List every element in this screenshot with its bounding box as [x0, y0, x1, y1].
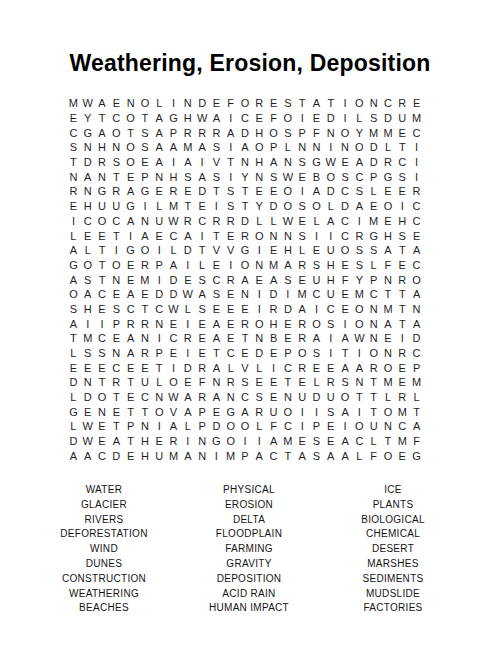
grid-cell-r18c1[interactable]: L [66, 346, 80, 361]
grid-cell-r16c13[interactable]: R [238, 316, 252, 331]
grid-cell-r12c4[interactable]: O [109, 258, 123, 273]
grid-cell-r8c12[interactable]: S [224, 199, 238, 214]
grid-cell-r15c10[interactable]: S [195, 302, 209, 317]
grid-cell-r8c3[interactable]: U [95, 199, 109, 214]
grid-cell-r18c22[interactable]: O [367, 346, 381, 361]
grid-cell-r14c25[interactable]: A [409, 287, 423, 302]
grid-cell-r22c25[interactable]: T [409, 404, 423, 419]
grid-cell-r7c6[interactable]: G [138, 184, 152, 199]
grid-cell-r8c24[interactable]: I [395, 199, 409, 214]
grid-cell-r18c4[interactable]: N [109, 346, 123, 361]
grid-cell-r12c12[interactable]: I [224, 258, 238, 273]
grid-cell-r11c3[interactable]: T [95, 243, 109, 258]
grid-cell-r9c20[interactable]: C [338, 214, 352, 229]
grid-cell-r19c12[interactable]: L [224, 360, 238, 375]
grid-cell-r12c6[interactable]: R [138, 258, 152, 273]
grid-cell-r22c18[interactable]: I [309, 404, 323, 419]
grid-cell-r15c18[interactable]: I [309, 302, 323, 317]
grid-cell-r5c4[interactable]: S [109, 155, 123, 170]
grid-cell-r18c6[interactable]: R [138, 346, 152, 361]
grid-cell-r19c7[interactable]: T [152, 360, 166, 375]
grid-cell-r19c11[interactable]: A [209, 360, 223, 375]
grid-cell-r10c5[interactable]: I [123, 228, 137, 243]
grid-cell-r8c8[interactable]: M [166, 199, 180, 214]
grid-cell-r7c19[interactable]: D [324, 184, 338, 199]
grid-cell-r3c23[interactable]: M [381, 125, 395, 140]
grid-cell-r7c18[interactable]: A [309, 184, 323, 199]
grid-cell-r2c9[interactable]: H [181, 111, 195, 126]
grid-cell-r20c13[interactable]: S [238, 375, 252, 390]
grid-cell-r23c1[interactable]: L [66, 419, 80, 434]
grid-cell-r8c16[interactable]: O [281, 199, 295, 214]
grid-cell-r1c4[interactable]: E [109, 96, 123, 111]
grid-cell-r20c10[interactable]: F [195, 375, 209, 390]
grid-cell-r14c1[interactable]: O [66, 287, 80, 302]
grid-cell-r17c21[interactable]: W [352, 331, 366, 346]
grid-cell-r13c12[interactable]: R [224, 272, 238, 287]
grid-cell-r15c5[interactable]: C [123, 302, 137, 317]
grid-cell-r19c8[interactable]: I [166, 360, 180, 375]
grid-cell-r6c7[interactable]: N [152, 169, 166, 184]
grid-cell-r4c6[interactable]: S [138, 140, 152, 155]
grid-cell-r19c4[interactable]: C [109, 360, 123, 375]
grid-cell-r12c3[interactable]: T [95, 258, 109, 273]
grid-cell-r18c20[interactable]: T [338, 346, 352, 361]
grid-cell-r16c21[interactable]: O [352, 316, 366, 331]
grid-cell-r1c19[interactable]: T [324, 96, 338, 111]
grid-cell-r19c15[interactable]: I [266, 360, 280, 375]
grid-cell-r7c10[interactable]: D [195, 184, 209, 199]
grid-cell-r5c17[interactable]: S [295, 155, 309, 170]
grid-cell-r10c20[interactable]: C [338, 228, 352, 243]
grid-cell-r3c7[interactable]: A [152, 125, 166, 140]
grid-cell-r18c5[interactable]: A [123, 346, 137, 361]
grid-cell-r19c3[interactable]: E [95, 360, 109, 375]
grid-cell-r23c17[interactable]: I [295, 419, 309, 434]
grid-cell-r5c13[interactable]: N [238, 155, 252, 170]
grid-cell-r23c25[interactable]: A [409, 419, 423, 434]
grid-cell-r21c9[interactable]: A [181, 390, 195, 405]
grid-cell-r21c1[interactable]: L [66, 390, 80, 405]
grid-cell-r9c2[interactable]: C [81, 214, 95, 229]
grid-cell-r18c12[interactable]: C [224, 346, 238, 361]
grid-cell-r20c11[interactable]: N [209, 375, 223, 390]
grid-cell-r25c10[interactable]: N [195, 449, 209, 464]
grid-cell-r7c22[interactable]: L [367, 184, 381, 199]
grid-cell-r1c3[interactable]: A [95, 96, 109, 111]
grid-cell-r1c23[interactable]: C [381, 96, 395, 111]
grid-cell-r6c8[interactable]: H [166, 169, 180, 184]
grid-cell-r10c8[interactable]: C [166, 228, 180, 243]
grid-cell-r22c24[interactable]: M [395, 404, 409, 419]
grid-cell-r25c9[interactable]: A [181, 449, 195, 464]
grid-cell-r5c7[interactable]: A [152, 155, 166, 170]
grid-cell-r14c11[interactable]: S [209, 287, 223, 302]
grid-cell-r21c10[interactable]: R [195, 390, 209, 405]
grid-cell-r3c1[interactable]: C [66, 125, 80, 140]
grid-cell-r3c21[interactable]: Y [352, 125, 366, 140]
grid-cell-r3c11[interactable]: R [209, 125, 223, 140]
grid-cell-r7c21[interactable]: S [352, 184, 366, 199]
grid-cell-r8c10[interactable]: E [195, 199, 209, 214]
grid-cell-r17c15[interactable]: B [266, 331, 280, 346]
grid-cell-r25c20[interactable]: A [338, 449, 352, 464]
grid-cell-r17c5[interactable]: A [123, 331, 137, 346]
grid-cell-r25c16[interactable]: T [281, 449, 295, 464]
grid-cell-r22c20[interactable]: A [338, 404, 352, 419]
grid-cell-r20c21[interactable]: N [352, 375, 366, 390]
grid-cell-r13c1[interactable]: A [66, 272, 80, 287]
grid-cell-r11c23[interactable]: A [381, 243, 395, 258]
grid-cell-r21c20[interactable]: O [338, 390, 352, 405]
grid-cell-r8c19[interactable]: L [324, 199, 338, 214]
grid-cell-r6c23[interactable]: G [381, 169, 395, 184]
grid-cell-r15c22[interactable]: N [367, 302, 381, 317]
grid-cell-r12c5[interactable]: E [123, 258, 137, 273]
grid-cell-r21c11[interactable]: A [209, 390, 223, 405]
grid-cell-r2c5[interactable]: O [123, 111, 137, 126]
grid-cell-r15c12[interactable]: E [224, 302, 238, 317]
grid-cell-r3c10[interactable]: R [195, 125, 209, 140]
grid-cell-r4c12[interactable]: I [224, 140, 238, 155]
grid-cell-r1c2[interactable]: W [81, 96, 95, 111]
grid-cell-r17c11[interactable]: A [209, 331, 223, 346]
grid-cell-r12c23[interactable]: F [381, 258, 395, 273]
grid-cell-r6c24[interactable]: S [395, 169, 409, 184]
grid-cell-r13c3[interactable]: T [95, 272, 109, 287]
grid-cell-r19c20[interactable]: A [338, 360, 352, 375]
grid-cell-r9c11[interactable]: R [209, 214, 223, 229]
grid-cell-r3c8[interactable]: P [166, 125, 180, 140]
grid-cell-r14c17[interactable]: M [295, 287, 309, 302]
grid-cell-r25c7[interactable]: U [152, 449, 166, 464]
grid-cell-r7c1[interactable]: R [66, 184, 80, 199]
grid-cell-r23c12[interactable]: O [224, 419, 238, 434]
grid-cell-r4c3[interactable]: H [95, 140, 109, 155]
grid-cell-r18c8[interactable]: E [166, 346, 180, 361]
grid-cell-r4c19[interactable]: I [324, 140, 338, 155]
grid-cell-r8c2[interactable]: H [81, 199, 95, 214]
grid-cell-r19c16[interactable]: C [281, 360, 295, 375]
grid-cell-r3c20[interactable]: O [338, 125, 352, 140]
grid-cell-r21c12[interactable]: N [224, 390, 238, 405]
grid-cell-r9c16[interactable]: W [281, 214, 295, 229]
grid-cell-r25c17[interactable]: A [295, 449, 309, 464]
grid-cell-r2c15[interactable]: F [266, 111, 280, 126]
grid-cell-r21c17[interactable]: U [295, 390, 309, 405]
grid-cell-r10c16[interactable]: N [281, 228, 295, 243]
grid-cell-r12c21[interactable]: S [352, 258, 366, 273]
grid-cell-r4c18[interactable]: N [309, 140, 323, 155]
grid-cell-r2c12[interactable]: I [224, 111, 238, 126]
grid-cell-r22c7[interactable]: O [152, 404, 166, 419]
grid-cell-r14c18[interactable]: C [309, 287, 323, 302]
grid-cell-r9c17[interactable]: E [295, 214, 309, 229]
grid-cell-r12c19[interactable]: H [324, 258, 338, 273]
grid-cell-r2c19[interactable]: D [324, 111, 338, 126]
grid-cell-r2c13[interactable]: C [238, 111, 252, 126]
grid-cell-r22c11[interactable]: E [209, 404, 223, 419]
grid-cell-r23c5[interactable]: P [123, 419, 137, 434]
grid-cell-r6c22[interactable]: P [367, 169, 381, 184]
grid-cell-r18c3[interactable]: S [95, 346, 109, 361]
grid-cell-r23c9[interactable]: L [181, 419, 195, 434]
grid-cell-r6c10[interactable]: A [195, 169, 209, 184]
grid-cell-r5c11[interactable]: V [209, 155, 223, 170]
grid-cell-r18c10[interactable]: E [195, 346, 209, 361]
grid-cell-r4c21[interactable]: O [352, 140, 366, 155]
grid-cell-r14c2[interactable]: A [81, 287, 95, 302]
grid-cell-r2c21[interactable]: L [352, 111, 366, 126]
grid-cell-r5c12[interactable]: T [224, 155, 238, 170]
grid-cell-r10c11[interactable]: T [209, 228, 223, 243]
grid-cell-r2c6[interactable]: T [138, 111, 152, 126]
grid-cell-r3c5[interactable]: T [123, 125, 137, 140]
grid-cell-r5c18[interactable]: G [309, 155, 323, 170]
grid-cell-r8c1[interactable]: E [66, 199, 80, 214]
grid-cell-r25c24[interactable]: E [395, 449, 409, 464]
grid-cell-r16c4[interactable]: P [109, 316, 123, 331]
grid-cell-r4c16[interactable]: L [281, 140, 295, 155]
grid-cell-r18c18[interactable]: S [309, 346, 323, 361]
grid-cell-r13c25[interactable]: O [409, 272, 423, 287]
grid-cell-r20c14[interactable]: E [252, 375, 266, 390]
grid-cell-r5c14[interactable]: H [252, 155, 266, 170]
grid-cell-r16c19[interactable]: S [324, 316, 338, 331]
grid-cell-r15c17[interactable]: A [295, 302, 309, 317]
grid-cell-r18c24[interactable]: R [395, 346, 409, 361]
grid-cell-r12c7[interactable]: P [152, 258, 166, 273]
grid-cell-r13c13[interactable]: A [238, 272, 252, 287]
grid-cell-r2c11[interactable]: A [209, 111, 223, 126]
grid-cell-r11c7[interactable]: I [152, 243, 166, 258]
grid-cell-r22c8[interactable]: V [166, 404, 180, 419]
grid-cell-r25c12[interactable]: M [224, 449, 238, 464]
grid-cell-r2c4[interactable]: C [109, 111, 123, 126]
grid-cell-r25c23[interactable]: O [381, 449, 395, 464]
grid-cell-r25c22[interactable]: F [367, 449, 381, 464]
grid-cell-r18c13[interactable]: E [238, 346, 252, 361]
grid-cell-r8c21[interactable]: A [352, 199, 366, 214]
grid-cell-r18c15[interactable]: E [266, 346, 280, 361]
grid-cell-r23c19[interactable]: E [324, 419, 338, 434]
grid-cell-r1c13[interactable]: O [238, 96, 252, 111]
grid-cell-r8c18[interactable]: O [309, 199, 323, 214]
grid-cell-r17c19[interactable]: I [324, 331, 338, 346]
grid-cell-r5c5[interactable]: O [123, 155, 137, 170]
grid-cell-r16c6[interactable]: R [138, 316, 152, 331]
grid-cell-r22c2[interactable]: E [81, 404, 95, 419]
grid-cell-r13c4[interactable]: N [109, 272, 123, 287]
grid-cell-r21c4[interactable]: T [109, 390, 123, 405]
grid-cell-r13c23[interactable]: N [381, 272, 395, 287]
grid-cell-r24c3[interactable]: E [95, 434, 109, 449]
grid-cell-r7c7[interactable]: E [152, 184, 166, 199]
grid-cell-r20c15[interactable]: E [266, 375, 280, 390]
grid-cell-r20c22[interactable]: T [367, 375, 381, 390]
grid-cell-r6c9[interactable]: S [181, 169, 195, 184]
grid-cell-r24c2[interactable]: W [81, 434, 95, 449]
grid-cell-r3c13[interactable]: D [238, 125, 252, 140]
grid-cell-r11c22[interactable]: S [367, 243, 381, 258]
grid-cell-r5c2[interactable]: D [81, 155, 95, 170]
grid-cell-r6c14[interactable]: N [252, 169, 266, 184]
grid-cell-r21c2[interactable]: D [81, 390, 95, 405]
grid-cell-r3c14[interactable]: H [252, 125, 266, 140]
grid-cell-r10c18[interactable]: I [309, 228, 323, 243]
grid-cell-r17c12[interactable]: E [224, 331, 238, 346]
grid-cell-r11c20[interactable]: O [338, 243, 352, 258]
grid-cell-r9c13[interactable]: D [238, 214, 252, 229]
grid-cell-r20c18[interactable]: L [309, 375, 323, 390]
grid-cell-r5c25[interactable]: I [409, 155, 423, 170]
grid-cell-r5c19[interactable]: W [324, 155, 338, 170]
grid-cell-r9c8[interactable]: W [166, 214, 180, 229]
grid-cell-r8c13[interactable]: T [238, 199, 252, 214]
grid-cell-r1c22[interactable]: N [367, 96, 381, 111]
grid-cell-r14c3[interactable]: C [95, 287, 109, 302]
grid-cell-r15c8[interactable]: W [166, 302, 180, 317]
grid-cell-r5c23[interactable]: R [381, 155, 395, 170]
grid-cell-r9c21[interactable]: I [352, 214, 366, 229]
grid-cell-r6c18[interactable]: B [309, 169, 323, 184]
grid-cell-r7c5[interactable]: A [123, 184, 137, 199]
grid-cell-r21c16[interactable]: N [281, 390, 295, 405]
grid-cell-r20c8[interactable]: O [166, 375, 180, 390]
grid-cell-r25c8[interactable]: M [166, 449, 180, 464]
grid-cell-r11c16[interactable]: H [281, 243, 295, 258]
grid-cell-r23c2[interactable]: W [81, 419, 95, 434]
grid-cell-r19c14[interactable]: L [252, 360, 266, 375]
grid-cell-r8c7[interactable]: L [152, 199, 166, 214]
grid-cell-r11c15[interactable]: E [266, 243, 280, 258]
grid-cell-r8c6[interactable]: I [138, 199, 152, 214]
grid-cell-r21c21[interactable]: T [352, 390, 366, 405]
grid-cell-r7c14[interactable]: E [252, 184, 266, 199]
grid-cell-r8c15[interactable]: D [266, 199, 280, 214]
grid-cell-r23c8[interactable]: A [166, 419, 180, 434]
grid-cell-r7c24[interactable]: E [395, 184, 409, 199]
grid-cell-r20c24[interactable]: E [395, 375, 409, 390]
grid-cell-r5c21[interactable]: A [352, 155, 366, 170]
grid-cell-r9c25[interactable]: C [409, 214, 423, 229]
grid-cell-r15c4[interactable]: S [109, 302, 123, 317]
grid-cell-r12c2[interactable]: O [81, 258, 95, 273]
grid-cell-r19c17[interactable]: R [295, 360, 309, 375]
grid-cell-r6c12[interactable]: I [224, 169, 238, 184]
grid-cell-r16c5[interactable]: R [123, 316, 137, 331]
grid-cell-r20c25[interactable]: M [409, 375, 423, 390]
grid-cell-r24c11[interactable]: G [209, 434, 223, 449]
grid-cell-r10c7[interactable]: E [152, 228, 166, 243]
grid-cell-r13c7[interactable]: I [152, 272, 166, 287]
grid-cell-r11c1[interactable]: A [66, 243, 80, 258]
grid-cell-r24c19[interactable]: E [324, 434, 338, 449]
grid-cell-r19c22[interactable]: R [367, 360, 381, 375]
grid-cell-r5c24[interactable]: C [395, 155, 409, 170]
grid-cell-r1c9[interactable]: N [181, 96, 195, 111]
grid-cell-r16c16[interactable]: E [281, 316, 295, 331]
grid-cell-r25c4[interactable]: D [109, 449, 123, 464]
grid-cell-r22c16[interactable]: O [281, 404, 295, 419]
grid-cell-r4c10[interactable]: A [195, 140, 209, 155]
grid-cell-r9c1[interactable]: I [66, 214, 80, 229]
grid-cell-r7c11[interactable]: T [209, 184, 223, 199]
grid-cell-r6c21[interactable]: C [352, 169, 366, 184]
grid-cell-r24c8[interactable]: R [166, 434, 180, 449]
grid-cell-r13c15[interactable]: A [266, 272, 280, 287]
grid-cell-r20c23[interactable]: M [381, 375, 395, 390]
grid-cell-r18c7[interactable]: P [152, 346, 166, 361]
grid-cell-r12c22[interactable]: L [367, 258, 381, 273]
grid-cell-r14c15[interactable]: D [266, 287, 280, 302]
grid-cell-r10c25[interactable]: E [409, 228, 423, 243]
grid-cell-r6c5[interactable]: E [123, 169, 137, 184]
grid-cell-r25c3[interactable]: C [95, 449, 109, 464]
grid-cell-r23c6[interactable]: N [138, 419, 152, 434]
grid-cell-r6c20[interactable]: S [338, 169, 352, 184]
grid-cell-r20c6[interactable]: U [138, 375, 152, 390]
grid-cell-r16c11[interactable]: A [209, 316, 223, 331]
grid-cell-r23c14[interactable]: L [252, 419, 266, 434]
grid-cell-r15c25[interactable]: N [409, 302, 423, 317]
grid-cell-r25c14[interactable]: A [252, 449, 266, 464]
grid-cell-r12c13[interactable]: O [238, 258, 252, 273]
grid-cell-r13c9[interactable]: E [181, 272, 195, 287]
grid-cell-r22c22[interactable]: T [367, 404, 381, 419]
grid-cell-r19c1[interactable]: E [66, 360, 80, 375]
grid-cell-r1c11[interactable]: E [209, 96, 223, 111]
grid-cell-r10c19[interactable]: I [324, 228, 338, 243]
grid-cell-r15c9[interactable]: L [181, 302, 195, 317]
grid-cell-r3c22[interactable]: M [367, 125, 381, 140]
grid-cell-r10c10[interactable]: I [195, 228, 209, 243]
grid-cell-r4c14[interactable]: O [252, 140, 266, 155]
grid-cell-r2c20[interactable]: I [338, 111, 352, 126]
grid-cell-r25c21[interactable]: L [352, 449, 366, 464]
grid-cell-r10c1[interactable]: L [66, 228, 80, 243]
grid-cell-r22c23[interactable]: O [381, 404, 395, 419]
grid-cell-r16c14[interactable]: O [252, 316, 266, 331]
grid-cell-r6c3[interactable]: N [95, 169, 109, 184]
grid-cell-r11c4[interactable]: I [109, 243, 123, 258]
grid-cell-r24c18[interactable]: S [309, 434, 323, 449]
grid-cell-r11c12[interactable]: V [224, 243, 238, 258]
grid-cell-r22c9[interactable]: A [181, 404, 195, 419]
grid-cell-r23c16[interactable]: C [281, 419, 295, 434]
grid-cell-r10c21[interactable]: R [352, 228, 366, 243]
grid-cell-r23c21[interactable]: O [352, 419, 366, 434]
grid-cell-r16c8[interactable]: E [166, 316, 180, 331]
grid-cell-r10c2[interactable]: E [81, 228, 95, 243]
grid-cell-r25c5[interactable]: E [123, 449, 137, 464]
grid-cell-r24c25[interactable]: F [409, 434, 423, 449]
grid-cell-r24c24[interactable]: M [395, 434, 409, 449]
grid-cell-r2c17[interactable]: I [295, 111, 309, 126]
grid-cell-r8c25[interactable]: C [409, 199, 423, 214]
grid-cell-r17c13[interactable]: T [238, 331, 252, 346]
grid-cell-r3c6[interactable]: S [138, 125, 152, 140]
grid-cell-r7c2[interactable]: N [81, 184, 95, 199]
grid-cell-r5c6[interactable]: E [138, 155, 152, 170]
grid-cell-r19c9[interactable]: D [181, 360, 195, 375]
grid-cell-r17c17[interactable]: R [295, 331, 309, 346]
grid-cell-r24c23[interactable]: T [381, 434, 395, 449]
grid-cell-r4c1[interactable]: S [66, 140, 80, 155]
grid-cell-r14c13[interactable]: N [238, 287, 252, 302]
grid-cell-r16c10[interactable]: E [195, 316, 209, 331]
grid-cell-r22c10[interactable]: P [195, 404, 209, 419]
